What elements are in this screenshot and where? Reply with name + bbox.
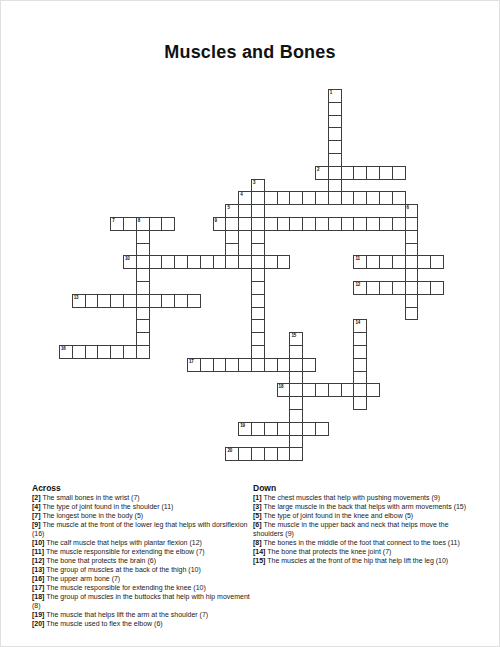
clue-item: [20] The muscle used to flex the elbow (… <box>32 619 250 628</box>
clue-number-label: [4] <box>32 503 41 510</box>
clue-number-label: [15] <box>253 557 265 564</box>
puzzle-title: Muscles and Bones <box>1 42 499 63</box>
grid-cell[interactable] <box>353 383 367 397</box>
grid-cell[interactable] <box>289 435 303 449</box>
grid-cell[interactable] <box>302 383 316 397</box>
across-clue-list: [2] The small bones in the wrist (7)[4] … <box>32 493 250 628</box>
clue-item: [19] The muscle that helps lift the arm … <box>32 610 250 619</box>
grid-cell[interactable] <box>277 191 291 205</box>
cell-clue-number: 14 <box>355 320 360 325</box>
down-clues-section: Down [1] The chest muscles that help wit… <box>253 483 474 565</box>
clue-item: [2] The small bones in the wrist (7) <box>32 493 250 502</box>
grid-cell[interactable] <box>97 345 111 359</box>
grid-cell[interactable] <box>136 243 150 257</box>
clue-number-label: [3] <box>253 503 262 510</box>
cell-clue-number: 5 <box>227 205 229 210</box>
grid-cell[interactable] <box>213 255 227 269</box>
grid-cell[interactable] <box>341 191 355 205</box>
clue-number-label: [1] <box>253 494 262 501</box>
clue-item: [18] The group of muscles in the buttock… <box>32 592 250 610</box>
grid-cell[interactable] <box>405 294 419 308</box>
grid-cell[interactable] <box>366 255 380 269</box>
grid-cell[interactable] <box>353 345 367 359</box>
grid-cell[interactable] <box>328 127 342 141</box>
clue-number-label: [8] <box>253 539 262 546</box>
grid-cell[interactable] <box>213 358 227 372</box>
cell-clue-number: 9 <box>215 218 217 223</box>
grid-cell[interactable] <box>149 294 163 308</box>
grid-cell[interactable] <box>251 281 265 295</box>
cell-clue-number: 16 <box>61 346 66 351</box>
clue-number-label: [9] <box>32 521 41 528</box>
grid-cell[interactable] <box>302 358 316 372</box>
grid-cell[interactable] <box>315 422 329 436</box>
grid-cell[interactable] <box>405 255 419 269</box>
grid-cell[interactable] <box>110 294 124 308</box>
grid-cell[interactable] <box>289 191 303 205</box>
grid-cell[interactable] <box>289 371 303 385</box>
cell-clue-number: 10 <box>125 256 130 261</box>
grid-cell[interactable] <box>251 204 265 218</box>
grid-cell[interactable] <box>353 217 367 231</box>
grid-cell[interactable] <box>225 230 239 244</box>
grid-cell[interactable] <box>315 383 329 397</box>
grid-cell[interactable] <box>430 281 444 295</box>
grid-cell[interactable] <box>328 153 342 167</box>
grid-cell[interactable]: 11 <box>353 255 367 269</box>
grid-cell[interactable] <box>353 371 367 385</box>
grid-cell[interactable] <box>353 332 367 346</box>
down-clue-list: [1] The chest muscles that help with pus… <box>253 493 474 565</box>
grid-cell[interactable]: 12 <box>353 281 367 295</box>
grid-cell[interactable]: 13 <box>72 294 86 308</box>
grid-cell[interactable]: 19 <box>238 422 252 436</box>
grid-cell[interactable] <box>264 255 278 269</box>
grid-cell[interactable] <box>277 422 291 436</box>
clue-number-label: [13] <box>32 566 44 573</box>
grid-cell[interactable] <box>366 166 380 180</box>
clue-number-label: [20] <box>32 620 44 627</box>
grid-cell[interactable]: 6 <box>405 204 419 218</box>
down-header: Down <box>253 483 474 493</box>
grid-cell[interactable] <box>289 217 303 231</box>
grid-cell[interactable] <box>251 422 265 436</box>
grid-cell[interactable] <box>187 294 201 308</box>
clue-item: [15] The muscles at the front of the hip… <box>253 556 474 565</box>
grid-cell[interactable] <box>328 217 342 231</box>
across-clues-section: Across [2] The small bones in the wrist … <box>32 483 250 628</box>
grid-cell[interactable]: 10 <box>123 255 137 269</box>
grid-cell[interactable] <box>289 447 303 461</box>
grid-cell[interactable] <box>302 422 316 436</box>
grid-cell[interactable]: 8 <box>136 217 150 231</box>
grid-cell[interactable] <box>328 383 342 397</box>
grid-cell[interactable] <box>366 191 380 205</box>
grid-cell[interactable] <box>123 217 137 231</box>
clue-number-label: [7] <box>32 512 41 519</box>
grid-cell[interactable] <box>341 383 355 397</box>
grid-cell[interactable] <box>328 166 342 180</box>
grid-cell[interactable] <box>405 281 419 295</box>
grid-cell[interactable] <box>149 255 163 269</box>
grid-cell[interactable] <box>251 268 265 282</box>
grid-cell[interactable] <box>353 166 367 180</box>
grid-cell[interactable] <box>161 255 175 269</box>
grid-cell[interactable]: 7 <box>110 217 124 231</box>
grid-cell[interactable] <box>392 166 406 180</box>
clue-item: [17] The muscle responsible for extendin… <box>32 583 250 592</box>
clue-item: [1] The chest muscles that help with pus… <box>253 493 474 502</box>
grid-cell[interactable] <box>251 230 265 244</box>
across-header: Across <box>32 483 250 493</box>
grid-cell[interactable] <box>277 358 291 372</box>
grid-cell[interactable] <box>238 447 252 461</box>
clue-number-label: [11] <box>32 548 44 555</box>
grid-cell[interactable]: 17 <box>187 358 201 372</box>
clue-item: [6] The muscle in the upper back and nec… <box>253 520 474 538</box>
grid-cell[interactable] <box>85 345 99 359</box>
grid-cell[interactable]: 15 <box>289 332 303 346</box>
clue-item: [16] The upper arm bone (7) <box>32 574 250 583</box>
grid-cell[interactable]: 20 <box>225 447 239 461</box>
grid-cell[interactable] <box>251 307 265 321</box>
grid-cell[interactable] <box>251 358 265 372</box>
grid-cell[interactable] <box>405 217 419 231</box>
grid-cell[interactable] <box>392 191 406 205</box>
grid-cell[interactable] <box>123 294 137 308</box>
grid-cell[interactable]: 18 <box>277 383 291 397</box>
grid-cell[interactable] <box>277 217 291 231</box>
grid-cell[interactable] <box>379 166 393 180</box>
grid-cell[interactable] <box>328 191 342 205</box>
grid-cell[interactable] <box>200 255 214 269</box>
grid-cell[interactable]: 1 <box>328 89 342 103</box>
grid-cell[interactable] <box>289 383 303 397</box>
grid-cell[interactable] <box>366 217 380 231</box>
grid-cell[interactable] <box>97 294 111 308</box>
clue-number-label: [19] <box>32 611 44 618</box>
clue-item: [14] The bone that protects the knee joi… <box>253 547 474 556</box>
clue-number-label: [17] <box>32 584 44 591</box>
cell-clue-number: 19 <box>240 423 245 428</box>
grid-cell[interactable] <box>136 268 150 282</box>
grid-cell[interactable] <box>328 102 342 116</box>
puzzle-page: Muscles and Bones 2478910111213161718192… <box>0 0 500 647</box>
grid-cell[interactable] <box>289 422 303 436</box>
grid-cell[interactable] <box>110 345 124 359</box>
grid-cell[interactable] <box>379 191 393 205</box>
cell-clue-number: 4 <box>240 192 242 197</box>
grid-cell[interactable]: 9 <box>213 217 227 231</box>
grid-cell[interactable]: 5 <box>225 204 239 218</box>
grid-cell[interactable] <box>161 217 175 231</box>
grid-cell[interactable] <box>328 179 342 193</box>
cell-clue-number: 11 <box>355 256 359 261</box>
grid-cell[interactable] <box>238 255 252 269</box>
grid-cell[interactable] <box>366 383 380 397</box>
grid-cell[interactable] <box>225 255 239 269</box>
grid-cell[interactable] <box>200 358 214 372</box>
clue-item: [12] The bone that protects the brain (6… <box>32 556 250 565</box>
grid-cell[interactable] <box>277 447 291 461</box>
grid-cell[interactable] <box>366 281 380 295</box>
grid-cell[interactable] <box>405 230 419 244</box>
clue-number-label: [2] <box>32 494 41 501</box>
grid-cell[interactable] <box>264 447 278 461</box>
grid-cell[interactable] <box>251 217 265 231</box>
grid-cell[interactable] <box>136 307 150 321</box>
cell-clue-number: 1 <box>330 90 332 95</box>
clue-number-label: [18] <box>32 593 44 600</box>
crossword-grid: 2478910111213161718192013561415 <box>59 89 446 463</box>
clue-item: [4] The type of joint found in the shoul… <box>32 502 250 511</box>
grid-cell[interactable] <box>315 217 329 231</box>
grid-cell[interactable] <box>379 217 393 231</box>
grid-cell[interactable] <box>302 217 316 231</box>
clue-item: [9] The muscle at the front of the lower… <box>32 520 250 538</box>
cell-clue-number: 3 <box>253 180 255 185</box>
clue-item: [13] The group of muscles at the back of… <box>32 565 250 574</box>
cell-clue-number: 13 <box>74 295 79 300</box>
grid-cell[interactable] <box>251 319 265 333</box>
grid-cell[interactable] <box>251 191 265 205</box>
grid-cell[interactable] <box>72 345 86 359</box>
grid-cell[interactable] <box>187 255 201 269</box>
grid-cell[interactable] <box>264 358 278 372</box>
grid-cell[interactable] <box>149 217 163 231</box>
grid-cell[interactable] <box>251 255 265 269</box>
clue-item: [5] The type of joint found in the knee … <box>253 511 474 520</box>
cell-clue-number: 6 <box>407 205 409 210</box>
grid-cell[interactable] <box>405 243 419 257</box>
grid-cell[interactable] <box>264 422 278 436</box>
grid-cell[interactable] <box>251 447 265 461</box>
grid-cell[interactable] <box>225 217 239 231</box>
grid-cell[interactable]: 4 <box>238 191 252 205</box>
grid-cell[interactable]: 14 <box>353 319 367 333</box>
grid-cell[interactable] <box>225 243 239 257</box>
grid-cell[interactable] <box>123 345 137 359</box>
grid-cell[interactable] <box>136 255 150 269</box>
grid-cell[interactable] <box>289 358 303 372</box>
grid-cell[interactable] <box>328 115 342 129</box>
cell-clue-number: 8 <box>138 218 140 223</box>
grid-cell[interactable] <box>379 281 393 295</box>
grid-cell[interactable] <box>251 345 265 359</box>
clue-item: [11] The muscle responsible for extendin… <box>32 547 250 556</box>
grid-cell[interactable] <box>302 191 316 205</box>
grid-cell[interactable]: 2 <box>315 166 329 180</box>
grid-cell[interactable] <box>85 294 99 308</box>
grid-cell[interactable] <box>430 255 444 269</box>
cell-clue-number: 15 <box>291 333 296 338</box>
grid-cell[interactable] <box>136 345 150 359</box>
clue-number-label: [14] <box>253 548 265 555</box>
cell-clue-number: 17 <box>189 359 194 364</box>
grid-cell[interactable] <box>405 268 419 282</box>
grid-cell[interactable] <box>392 281 406 295</box>
cell-clue-number: 18 <box>279 384 284 389</box>
grid-cell[interactable] <box>264 191 278 205</box>
grid-cell[interactable] <box>277 255 291 269</box>
grid-cell[interactable] <box>328 140 342 154</box>
grid-cell[interactable] <box>353 358 367 372</box>
grid-cell[interactable] <box>251 294 265 308</box>
grid-cell[interactable] <box>405 307 419 321</box>
grid-cell[interactable] <box>225 358 239 372</box>
grid-cell[interactable] <box>251 332 265 346</box>
grid-cell[interactable] <box>136 319 150 333</box>
clue-number-label: [16] <box>32 575 44 582</box>
grid-cell[interactable] <box>315 191 329 205</box>
grid-cell[interactable] <box>136 281 150 295</box>
cell-clue-number: 12 <box>355 282 360 287</box>
clue-number-label: [6] <box>253 521 262 528</box>
clue-item: [10] The calf muscle that helps with pla… <box>32 538 250 547</box>
grid-cell[interactable] <box>417 281 431 295</box>
cell-clue-number: 7 <box>112 218 114 223</box>
grid-cell[interactable] <box>264 217 278 231</box>
grid-cell[interactable] <box>289 409 303 423</box>
grid-cell[interactable] <box>392 217 406 231</box>
grid-cell[interactable] <box>379 255 393 269</box>
clue-number-label: [12] <box>32 557 44 564</box>
grid-cell[interactable] <box>238 358 252 372</box>
grid-cell[interactable]: 3 <box>251 179 265 193</box>
grid-cell[interactable] <box>353 396 367 410</box>
grid-cell[interactable] <box>174 255 188 269</box>
clue-number-label: [5] <box>253 512 262 519</box>
clue-item: [8] The bones in the middle of the foot … <box>253 538 474 547</box>
clue-item: [7] The longest bone in the body (5) <box>32 511 250 520</box>
clue-item: [3] The large muscle in the back that he… <box>253 502 474 511</box>
grid-cell[interactable] <box>417 255 431 269</box>
grid-cell[interactable] <box>289 396 303 410</box>
grid-cell[interactable] <box>136 294 150 308</box>
grid-cell[interactable] <box>353 191 367 205</box>
clue-number-label: [10] <box>32 539 44 546</box>
grid-cell[interactable] <box>174 294 188 308</box>
grid-cell[interactable] <box>161 294 175 308</box>
grid-cell[interactable] <box>136 332 150 346</box>
grid-cell[interactable] <box>341 217 355 231</box>
grid-cell[interactable]: 16 <box>59 345 73 359</box>
grid-cell[interactable] <box>392 255 406 269</box>
grid-cell[interactable] <box>289 345 303 359</box>
grid-cell[interactable] <box>136 230 150 244</box>
cell-clue-number: 20 <box>227 448 232 453</box>
grid-cell[interactable] <box>238 217 252 231</box>
grid-cell[interactable] <box>251 243 265 257</box>
cell-clue-number: 2 <box>317 167 319 172</box>
grid-cell[interactable] <box>341 166 355 180</box>
